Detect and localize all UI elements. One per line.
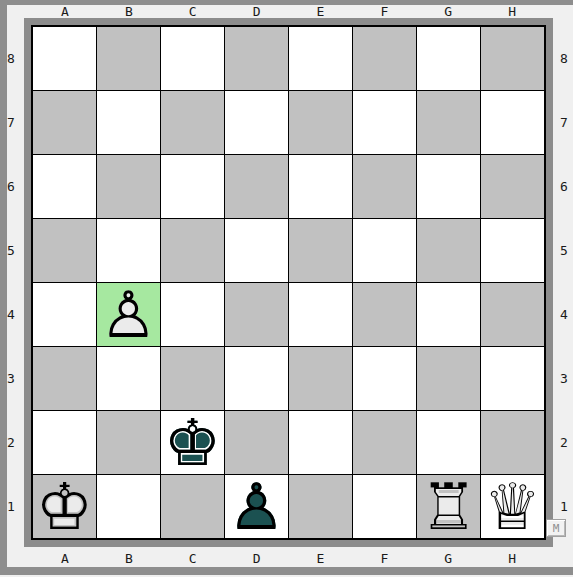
white-rook: ♜♖ bbox=[417, 475, 480, 538]
white-king: ♚♔ bbox=[33, 475, 96, 538]
square-f2[interactable] bbox=[353, 411, 416, 474]
file-label-d: D bbox=[225, 551, 289, 567]
square-d5[interactable] bbox=[225, 219, 288, 282]
file-label-c: C bbox=[161, 551, 225, 567]
square-c3[interactable] bbox=[161, 347, 224, 410]
square-a1[interactable]: ♚♔ bbox=[33, 475, 96, 538]
rank-labels-right: 87654321 bbox=[555, 27, 573, 538]
m-button[interactable]: M bbox=[546, 519, 566, 537]
square-b1[interactable] bbox=[97, 475, 160, 538]
square-a8[interactable] bbox=[33, 27, 96, 90]
file-label-b: B bbox=[97, 551, 161, 567]
rank-labels-left: 87654321 bbox=[2, 27, 20, 538]
square-c7[interactable] bbox=[161, 91, 224, 154]
square-h8[interactable] bbox=[481, 27, 544, 90]
black-king-glyph-outline: ♔ bbox=[161, 411, 224, 474]
rank-label-3: 3 bbox=[555, 346, 573, 410]
square-c2[interactable]: ♚♔ bbox=[161, 411, 224, 474]
square-f7[interactable] bbox=[353, 91, 416, 154]
white-king-glyph-fill: ♚ bbox=[33, 475, 96, 538]
square-e2[interactable] bbox=[289, 411, 352, 474]
file-label-h: H bbox=[480, 551, 544, 567]
black-pawn: ♟♙ bbox=[225, 475, 288, 538]
square-g2[interactable] bbox=[417, 411, 480, 474]
rank-label-2: 2 bbox=[2, 410, 20, 474]
square-a7[interactable] bbox=[33, 91, 96, 154]
black-pawn-glyph-fill: ♟ bbox=[225, 475, 288, 538]
square-b2[interactable] bbox=[97, 411, 160, 474]
square-f6[interactable] bbox=[353, 155, 416, 218]
square-g5[interactable] bbox=[417, 219, 480, 282]
square-a2[interactable] bbox=[33, 411, 96, 474]
square-e4[interactable] bbox=[289, 283, 352, 346]
white-rook-glyph-fill: ♜ bbox=[417, 475, 480, 538]
square-f4[interactable] bbox=[353, 283, 416, 346]
white-pawn-glyph-fill: ♟ bbox=[97, 283, 160, 346]
square-d6[interactable] bbox=[225, 155, 288, 218]
white-queen-glyph-outline: ♕ bbox=[481, 475, 544, 538]
square-b4[interactable]: ♟♙ bbox=[97, 283, 160, 346]
square-e8[interactable] bbox=[289, 27, 352, 90]
file-label-f: F bbox=[352, 551, 416, 567]
board-border: ♟♙♚♔♚♔♟♙♜♖♛♕ bbox=[31, 25, 546, 540]
square-d1[interactable]: ♟♙ bbox=[225, 475, 288, 538]
square-f1[interactable] bbox=[353, 475, 416, 538]
square-e5[interactable] bbox=[289, 219, 352, 282]
black-king-glyph-fill: ♚ bbox=[161, 411, 224, 474]
square-a3[interactable] bbox=[33, 347, 96, 410]
square-b8[interactable] bbox=[97, 27, 160, 90]
square-h4[interactable] bbox=[481, 283, 544, 346]
white-queen-glyph-fill: ♛ bbox=[481, 475, 544, 538]
square-e1[interactable] bbox=[289, 475, 352, 538]
square-g4[interactable] bbox=[417, 283, 480, 346]
square-h5[interactable] bbox=[481, 219, 544, 282]
rank-label-6: 6 bbox=[2, 155, 20, 219]
square-g7[interactable] bbox=[417, 91, 480, 154]
white-king-glyph-outline: ♔ bbox=[33, 475, 96, 538]
white-rook-glyph-outline: ♖ bbox=[417, 475, 480, 538]
file-label-e: E bbox=[289, 551, 353, 567]
square-h6[interactable] bbox=[481, 155, 544, 218]
square-b6[interactable] bbox=[97, 155, 160, 218]
file-label-a: A bbox=[33, 551, 97, 567]
white-pawn: ♟♙ bbox=[97, 283, 160, 346]
square-c1[interactable] bbox=[161, 475, 224, 538]
square-e7[interactable] bbox=[289, 91, 352, 154]
black-pawn-glyph-outline: ♙ bbox=[225, 475, 288, 538]
rank-label-2: 2 bbox=[555, 410, 573, 474]
square-f8[interactable] bbox=[353, 27, 416, 90]
black-king: ♚♔ bbox=[161, 411, 224, 474]
square-a6[interactable] bbox=[33, 155, 96, 218]
rank-label-7: 7 bbox=[555, 91, 573, 155]
square-c4[interactable] bbox=[161, 283, 224, 346]
square-d4[interactable] bbox=[225, 283, 288, 346]
rank-label-1: 1 bbox=[2, 474, 20, 538]
square-d2[interactable] bbox=[225, 411, 288, 474]
square-g1[interactable]: ♜♖ bbox=[417, 475, 480, 538]
square-c6[interactable] bbox=[161, 155, 224, 218]
rank-label-8: 8 bbox=[555, 27, 573, 91]
square-f5[interactable] bbox=[353, 219, 416, 282]
rank-label-4: 4 bbox=[555, 283, 573, 347]
square-f3[interactable] bbox=[353, 347, 416, 410]
square-h1[interactable]: ♛♕ bbox=[481, 475, 544, 538]
white-queen: ♛♕ bbox=[481, 475, 544, 538]
rank-label-5: 5 bbox=[555, 219, 573, 283]
square-h7[interactable] bbox=[481, 91, 544, 154]
rank-label-7: 7 bbox=[2, 91, 20, 155]
square-a5[interactable] bbox=[33, 219, 96, 282]
square-g8[interactable] bbox=[417, 27, 480, 90]
board-frame: ♟♙♚♔♚♔♟♙♜♖♛♕ bbox=[24, 18, 553, 547]
rank-label-8: 8 bbox=[2, 27, 20, 91]
file-label-g: G bbox=[416, 551, 480, 567]
square-d7[interactable] bbox=[225, 91, 288, 154]
square-c5[interactable] bbox=[161, 219, 224, 282]
square-b5[interactable] bbox=[97, 219, 160, 282]
rank-label-5: 5 bbox=[2, 219, 20, 283]
square-e6[interactable] bbox=[289, 155, 352, 218]
white-pawn-glyph-outline: ♙ bbox=[97, 283, 160, 346]
square-a4[interactable] bbox=[33, 283, 96, 346]
square-c8[interactable] bbox=[161, 27, 224, 90]
square-d8[interactable] bbox=[225, 27, 288, 90]
square-g3[interactable] bbox=[417, 347, 480, 410]
square-e3[interactable] bbox=[289, 347, 352, 410]
rank-label-6: 6 bbox=[555, 155, 573, 219]
square-b3[interactable] bbox=[97, 347, 160, 410]
square-d3[interactable] bbox=[225, 347, 288, 410]
square-b7[interactable] bbox=[97, 91, 160, 154]
chess-board: ♟♙♚♔♚♔♟♙♜♖♛♕ bbox=[33, 27, 544, 538]
rank-label-3: 3 bbox=[2, 346, 20, 410]
square-h2[interactable] bbox=[481, 411, 544, 474]
square-h3[interactable] bbox=[481, 347, 544, 410]
rank-label-4: 4 bbox=[2, 283, 20, 347]
square-g6[interactable] bbox=[417, 155, 480, 218]
window-frame-bottom bbox=[0, 567, 573, 575]
file-labels-bottom: ABCDEFGH bbox=[33, 551, 544, 567]
